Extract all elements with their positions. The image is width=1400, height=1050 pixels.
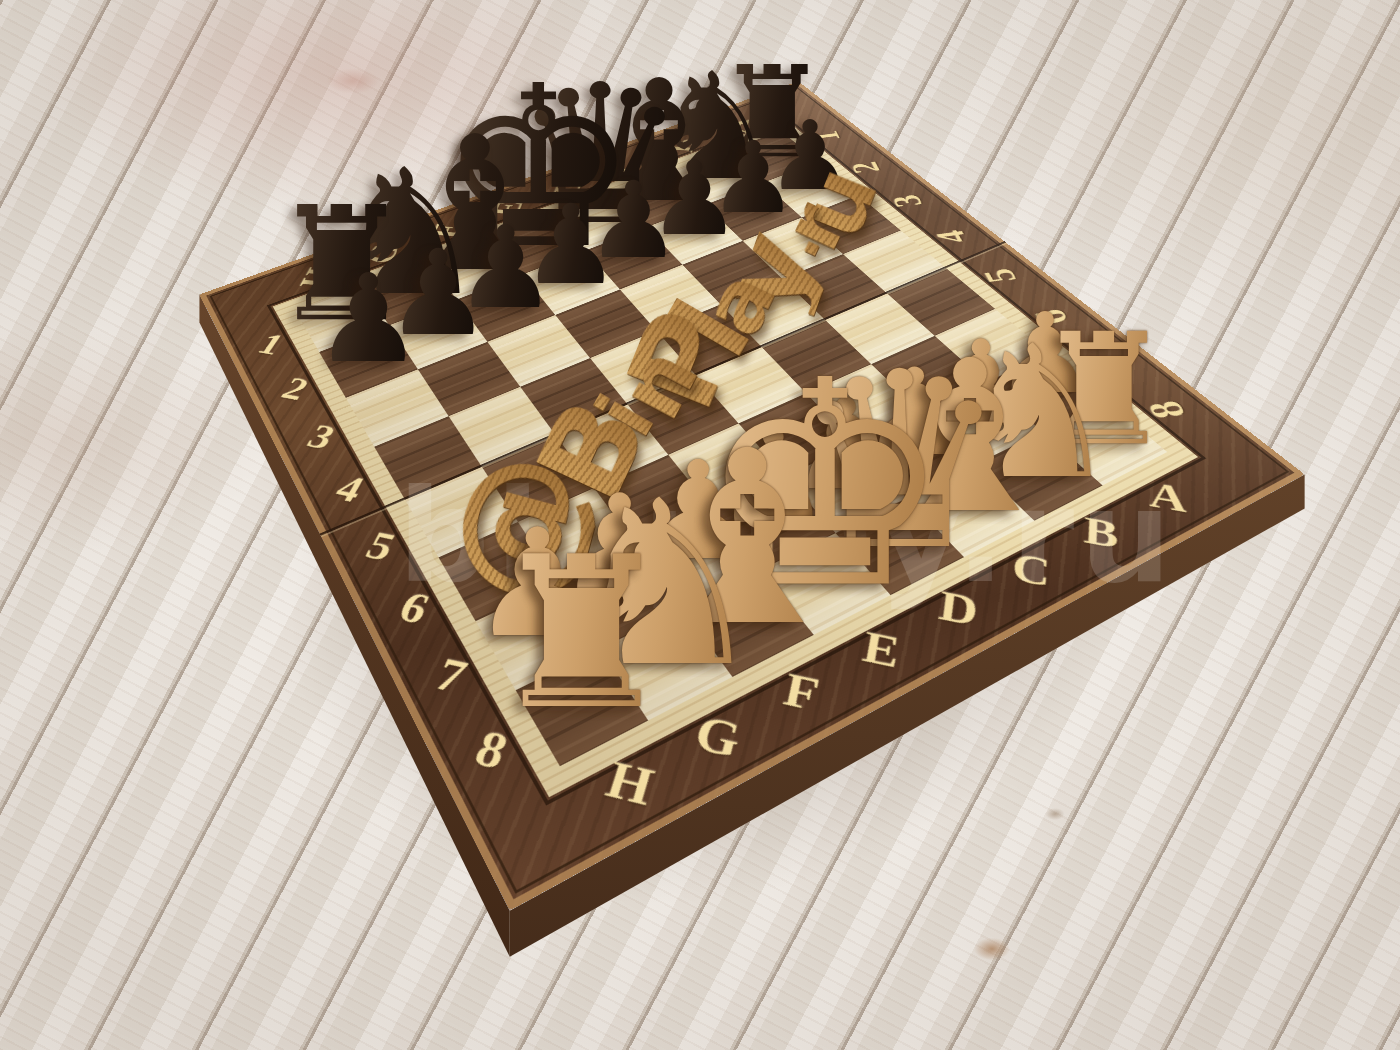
piece-white-rook-h8: ♜ [488, 529, 675, 738]
floor-knot [318, 64, 388, 98]
file-label-near-A: A [1150, 474, 1188, 522]
piece-black-pawn-h2: ♟ [314, 258, 423, 380]
photo-scene: 1122334455667788AABBCCDDEEFFGGHH ♜♞♝♛♚♝♞… [0, 0, 1400, 1050]
